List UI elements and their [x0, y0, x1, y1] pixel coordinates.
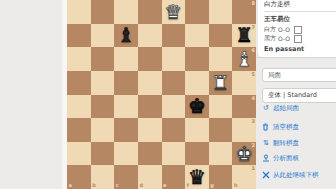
square-e3[interactable] [162, 118, 186, 142]
rank-label-7: 7 [252, 25, 255, 30]
square-b8[interactable] [91, 0, 115, 24]
square-a4[interactable] [67, 95, 91, 119]
square-e7[interactable] [162, 24, 186, 48]
file-label-b: b [92, 183, 96, 188]
file-label-c: c [116, 183, 119, 188]
square-h7[interactable]: 7♜ [232, 24, 256, 48]
rank-label-5: 5 [252, 72, 255, 77]
square-b2[interactable] [91, 142, 115, 166]
flip-board-label: 翻转棋盘 [273, 139, 299, 148]
square-d3[interactable] [138, 118, 162, 142]
square-h1[interactable]: h1 [232, 165, 256, 189]
square-e1[interactable]: e [162, 165, 186, 189]
rank-label-1: 1 [252, 166, 255, 171]
rank-label-4: 4 [252, 96, 255, 101]
turn-to-move-select[interactable]: 白方走棋 [264, 0, 336, 12]
swords-icon [262, 171, 270, 179]
continue-from-here-link[interactable]: 从此处继续下棋 [262, 170, 319, 180]
castling-black-side-label: 黑方 [264, 34, 276, 43]
en-passant-label: En passant [264, 45, 304, 53]
piece-white-bishop-h6[interactable]: ♝ [235, 49, 253, 69]
square-h2[interactable]: 2♚ [232, 142, 256, 166]
square-f6[interactable] [185, 47, 209, 71]
square-h3[interactable]: 3 [232, 118, 256, 142]
clear-board-link[interactable]: 清空棋盘 [262, 122, 299, 132]
chess-board[interactable]: ♛8♝7♜6♝♜5♚432♚abcdef♛gh1 [67, 0, 256, 189]
square-d8[interactable] [138, 0, 162, 24]
position-select[interactable]: 局面 [262, 68, 336, 82]
square-c2[interactable] [114, 142, 138, 166]
rank-label-2: 2 [252, 143, 255, 148]
square-d7[interactable] [138, 24, 162, 48]
square-d2[interactable] [138, 142, 162, 166]
square-a6[interactable] [67, 47, 91, 71]
square-h6[interactable]: 6♝ [232, 47, 256, 71]
file-label-g: g [210, 183, 214, 188]
square-a5[interactable] [67, 71, 91, 95]
square-f2[interactable] [185, 142, 209, 166]
turn-to-move-label: 白方走棋 [264, 0, 290, 9]
square-b6[interactable] [91, 47, 115, 71]
square-g1[interactable]: g [209, 165, 233, 189]
square-e6[interactable] [162, 47, 186, 71]
piece-black-rook-h7[interactable]: ♜ [235, 25, 253, 45]
castling-row-black: 黑方 O-O [264, 34, 302, 43]
square-h5[interactable]: 5 [232, 71, 256, 95]
piece-black-king-f4[interactable]: ♚ [188, 96, 206, 116]
rank-label-6: 6 [252, 48, 255, 53]
square-a7[interactable] [67, 24, 91, 48]
analysis-board-label: 分析面板 [273, 154, 299, 163]
position-select-value: 局面 [268, 71, 281, 80]
square-c5[interactable] [114, 71, 138, 95]
file-label-f: f [187, 183, 189, 188]
square-c3[interactable] [114, 118, 138, 142]
trash-icon [262, 123, 270, 131]
square-b4[interactable] [91, 95, 115, 119]
rank-label-8: 8 [252, 1, 255, 6]
square-c7[interactable]: ♝ [114, 24, 138, 48]
file-label-e: e [163, 183, 166, 188]
square-e2[interactable] [162, 142, 186, 166]
square-f7[interactable] [185, 24, 209, 48]
square-c4[interactable] [114, 95, 138, 119]
square-f4[interactable]: ♚ [185, 95, 209, 119]
castling-white-side-label: 白方 [264, 25, 276, 34]
castling-white-oo-checkbox[interactable] [294, 26, 302, 34]
square-f8[interactable] [185, 0, 209, 24]
square-c6[interactable] [114, 47, 138, 71]
castling-black-oo-label: O-O [278, 35, 290, 42]
piece-white-king-h2[interactable]: ♚ [235, 144, 253, 164]
square-h8[interactable]: 8 [232, 0, 256, 24]
square-e5[interactable] [162, 71, 186, 95]
piece-white-rook-g5[interactable]: ♜ [212, 73, 230, 93]
square-g4[interactable] [209, 95, 233, 119]
square-c8[interactable] [114, 0, 138, 24]
square-b1[interactable]: b [91, 165, 115, 189]
flip-icon: ⇅ [262, 140, 270, 147]
square-a8[interactable] [67, 0, 91, 24]
square-h4[interactable]: 4 [232, 95, 256, 119]
square-d4[interactable] [138, 95, 162, 119]
square-b5[interactable] [91, 71, 115, 95]
square-d1[interactable]: d [138, 165, 162, 189]
variant-select-value: 变体 | Standard [268, 91, 317, 100]
square-a2[interactable] [67, 142, 91, 166]
square-e4[interactable] [162, 95, 186, 119]
square-b3[interactable] [91, 118, 115, 142]
square-b7[interactable] [91, 24, 115, 48]
piece-black-queen-f1[interactable]: ♛ [188, 167, 206, 187]
square-a1[interactable]: a [67, 165, 91, 189]
variant-select[interactable]: 变体 | Standard [262, 88, 336, 103]
starting-position-link[interactable]: ↺ 起始局面 [262, 103, 299, 113]
square-g8[interactable] [209, 0, 233, 24]
analysis-board-link[interactable]: 分析面板 [262, 153, 299, 163]
rank-label-3: 3 [252, 119, 255, 124]
square-c1[interactable]: c [114, 165, 138, 189]
file-label-h: h [234, 183, 238, 188]
castling-white-oo-label: O-O [278, 26, 290, 33]
square-e8[interactable]: ♛ [162, 0, 186, 24]
castling-black-oo-checkbox[interactable] [294, 35, 302, 43]
square-f3[interactable] [185, 118, 209, 142]
continue-from-here-label: 从此处继续下棋 [273, 171, 319, 180]
square-g2[interactable] [209, 142, 233, 166]
square-d5[interactable] [138, 71, 162, 95]
square-g6[interactable] [209, 47, 233, 71]
file-label-a: a [69, 183, 72, 188]
restart-icon: ↺ [262, 105, 270, 112]
castling-title: 王车易位 [264, 15, 290, 24]
square-g7[interactable] [209, 24, 233, 48]
square-d6[interactable] [138, 47, 162, 71]
square-f5[interactable] [185, 71, 209, 95]
board-editor-page: ♛8♝7♜6♝♜5♚432♚abcdef♛gh1 白方走棋 王车易位 白方 O-… [0, 0, 336, 189]
clear-board-label: 清空棋盘 [273, 123, 299, 132]
square-g5[interactable]: ♜ [209, 71, 233, 95]
square-g3[interactable] [209, 118, 233, 142]
starting-position-label: 起始局面 [273, 104, 299, 113]
piece-black-bishop-c7[interactable]: ♝ [117, 25, 135, 45]
position-config-card: 白方走棋 王车易位 白方 O-O 黑方 O-O En passant [258, 0, 336, 57]
square-a3[interactable] [67, 118, 91, 142]
microscope-icon [262, 154, 270, 162]
castling-row-white: 白方 O-O [264, 25, 302, 34]
square-f1[interactable]: f♛ [185, 165, 209, 189]
piece-white-queen-e8[interactable]: ♛ [164, 2, 182, 22]
flip-board-link[interactable]: ⇅ 翻转棋盘 [262, 138, 299, 148]
file-label-d: d [139, 183, 143, 188]
panel-divider [256, 57, 336, 58]
